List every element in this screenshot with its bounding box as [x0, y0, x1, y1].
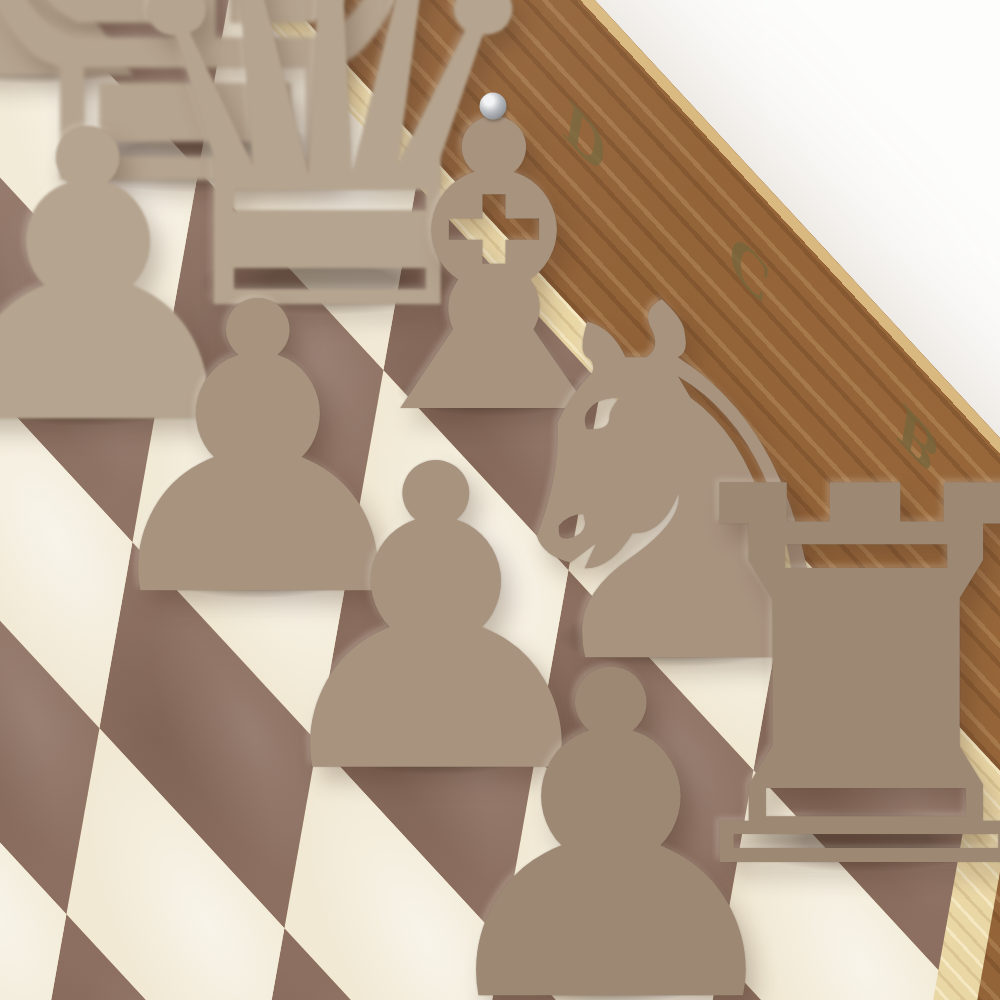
file-label-b: B: [868, 351, 968, 529]
chess-set-photo: DCB ♜♞♝♛♚♝♟♟♟♟: [0, 0, 1000, 1000]
board-squares: [0, 0, 971, 1000]
board-frame: DCB: [0, 0, 1000, 1000]
file-label-d: D: [535, 50, 635, 228]
file-label-c: C: [699, 181, 799, 359]
board-inner-border: [0, 0, 1000, 1000]
